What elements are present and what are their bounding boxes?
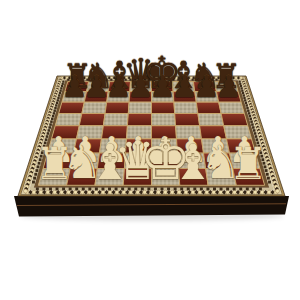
square-e4: [152, 126, 177, 139]
square-h5: [221, 114, 248, 126]
square-g7: [195, 92, 219, 103]
square-c3: [99, 139, 126, 153]
square-g2: [204, 153, 233, 168]
square-d1: [123, 169, 151, 186]
square-f5: [175, 114, 200, 126]
square-a2: [43, 153, 73, 168]
square-b3: [73, 139, 101, 153]
square-g3: [202, 139, 230, 153]
square-a5: [55, 114, 82, 126]
square-a1: [38, 169, 70, 186]
square-g8: [193, 82, 216, 92]
square-a6: [59, 102, 85, 113]
square-f4: [176, 126, 202, 139]
square-f6: [174, 102, 198, 113]
square-d5: [127, 114, 151, 126]
square-c1: [95, 169, 124, 186]
square-b4: [76, 126, 103, 139]
square-b1: [67, 169, 98, 186]
square-a7: [62, 92, 87, 103]
square-e7: [152, 92, 174, 103]
square-c2: [97, 153, 125, 168]
square-f2: [178, 153, 206, 168]
square-b7: [84, 92, 108, 103]
square-h3: [227, 139, 256, 153]
square-h6: [219, 102, 245, 113]
square-a8: [65, 82, 89, 92]
chess-set-photo: ♜♞♝♛♚♝♞♜♟♟♟♟♟♟♟♟♟♟♟♟♟♟♟♟♜♞♝♛♚♝♞♜: [0, 0, 300, 300]
chess-board: [0, 0, 300, 300]
square-f7: [173, 92, 196, 103]
square-f1: [179, 169, 208, 186]
square-b5: [79, 114, 105, 126]
square-h1: [233, 169, 265, 186]
square-f8: [172, 82, 194, 92]
square-c7: [107, 92, 130, 103]
square-g1: [206, 169, 237, 186]
square-g4: [200, 126, 227, 139]
square-d4: [127, 126, 152, 139]
square-a3: [47, 139, 76, 153]
square-d2: [124, 153, 151, 168]
square-e6: [152, 102, 175, 113]
square-c6: [105, 102, 129, 113]
square-g5: [198, 114, 224, 126]
square-h7: [216, 92, 241, 103]
square-f3: [177, 139, 204, 153]
square-d7: [129, 92, 151, 103]
square-h4: [224, 126, 252, 139]
square-g6: [196, 102, 221, 113]
square-d3: [125, 139, 151, 153]
board-squares: [38, 82, 264, 186]
square-e8: [152, 82, 174, 92]
board-edge: [14, 196, 289, 217]
square-e5: [152, 114, 176, 126]
square-c5: [103, 114, 128, 126]
square-e2: [152, 153, 179, 168]
square-c4: [101, 126, 127, 139]
square-e1: [152, 169, 180, 186]
square-b2: [70, 153, 99, 168]
square-e3: [152, 139, 178, 153]
square-h2: [230, 153, 260, 168]
square-b6: [82, 102, 107, 113]
square-d6: [128, 102, 151, 113]
square-h8: [214, 82, 238, 92]
square-d8: [130, 82, 152, 92]
square-c8: [108, 82, 130, 92]
square-a4: [51, 126, 79, 139]
square-b8: [87, 82, 110, 92]
